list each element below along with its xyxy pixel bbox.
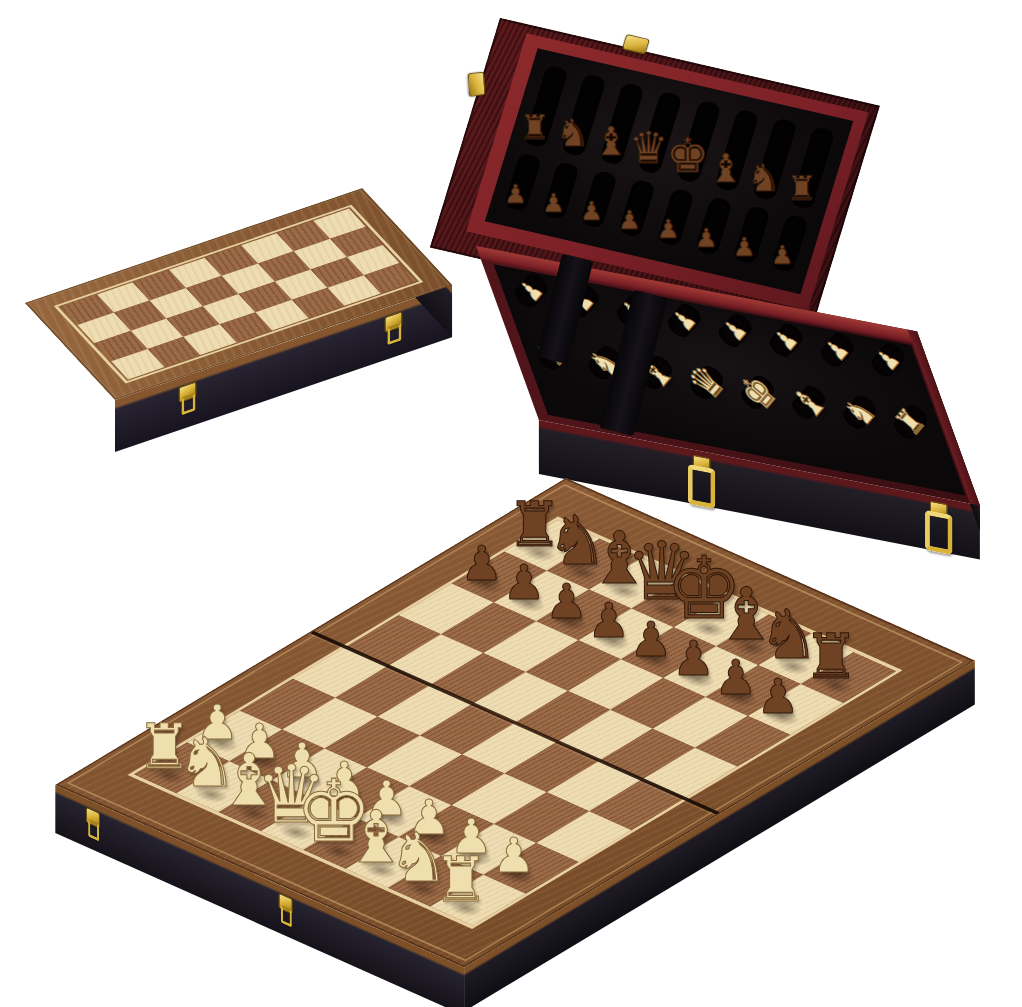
rook-glyph: ♜: [777, 171, 825, 205]
brass-latch-keep: [622, 34, 650, 55]
base-slot-pawn: ♟: [868, 340, 907, 380]
latch-loop: [925, 510, 952, 555]
base-slot-knight: ♞: [840, 392, 879, 432]
stored-light-bishop: ♝: [789, 382, 828, 422]
stored-light-rook: ♜: [891, 402, 930, 442]
brass-bail-latch: [686, 453, 715, 509]
stored-light-pawn: ♟: [817, 330, 856, 370]
base-slot-queen: ♛: [687, 362, 726, 402]
product-photo: { "game": "chess", "position": { "fen": …: [0, 0, 1022, 1007]
base-slot-pawn: ♟: [766, 320, 805, 360]
rook-glyph: ♜: [421, 848, 501, 910]
clasp-loop: [387, 322, 401, 345]
brass-latch-keep: [468, 72, 486, 97]
stored-light-queen: ♛: [687, 362, 726, 402]
base-slot-pawn: ♟: [715, 310, 754, 350]
stored-light-knight: ♞: [840, 392, 879, 432]
brass-clasp: [86, 807, 98, 835]
base-slot-pawn: ♟: [817, 330, 856, 370]
brass-clasp: [385, 312, 401, 339]
brass-clasp: [179, 382, 195, 409]
stored-light-pawn: ♟: [715, 310, 754, 350]
latch-loop: [688, 464, 715, 509]
stored-light-pawn: ♟: [665, 300, 704, 340]
stored-light-pawn: ♟: [766, 320, 805, 360]
stored-light-pawn: ♟: [512, 271, 551, 311]
stored-light-pawn: ♟: [868, 340, 907, 380]
pawn-glyph: ♟: [758, 242, 806, 268]
base-slot-pawn: ♟: [665, 300, 704, 340]
base-slot-king: ♚: [738, 372, 777, 412]
clasp-loop: [281, 905, 292, 928]
stored-light-king: ♚: [738, 372, 777, 412]
base-slot-bishop: ♝: [789, 382, 828, 422]
brass-bail-latch: [923, 499, 952, 555]
base-slot-rook: ♜: [891, 402, 930, 442]
brass-clasp: [279, 893, 291, 921]
clasp-loop: [181, 393, 195, 416]
base-slot-pawn: ♟: [512, 271, 551, 311]
pawn-glyph: ♟: [738, 672, 818, 720]
lid-velvet-tray: ♜♞♝♛♚♝♞♜ ♟♟♟♟♟♟♟♟: [485, 48, 853, 294]
clasp-loop: [88, 819, 99, 842]
